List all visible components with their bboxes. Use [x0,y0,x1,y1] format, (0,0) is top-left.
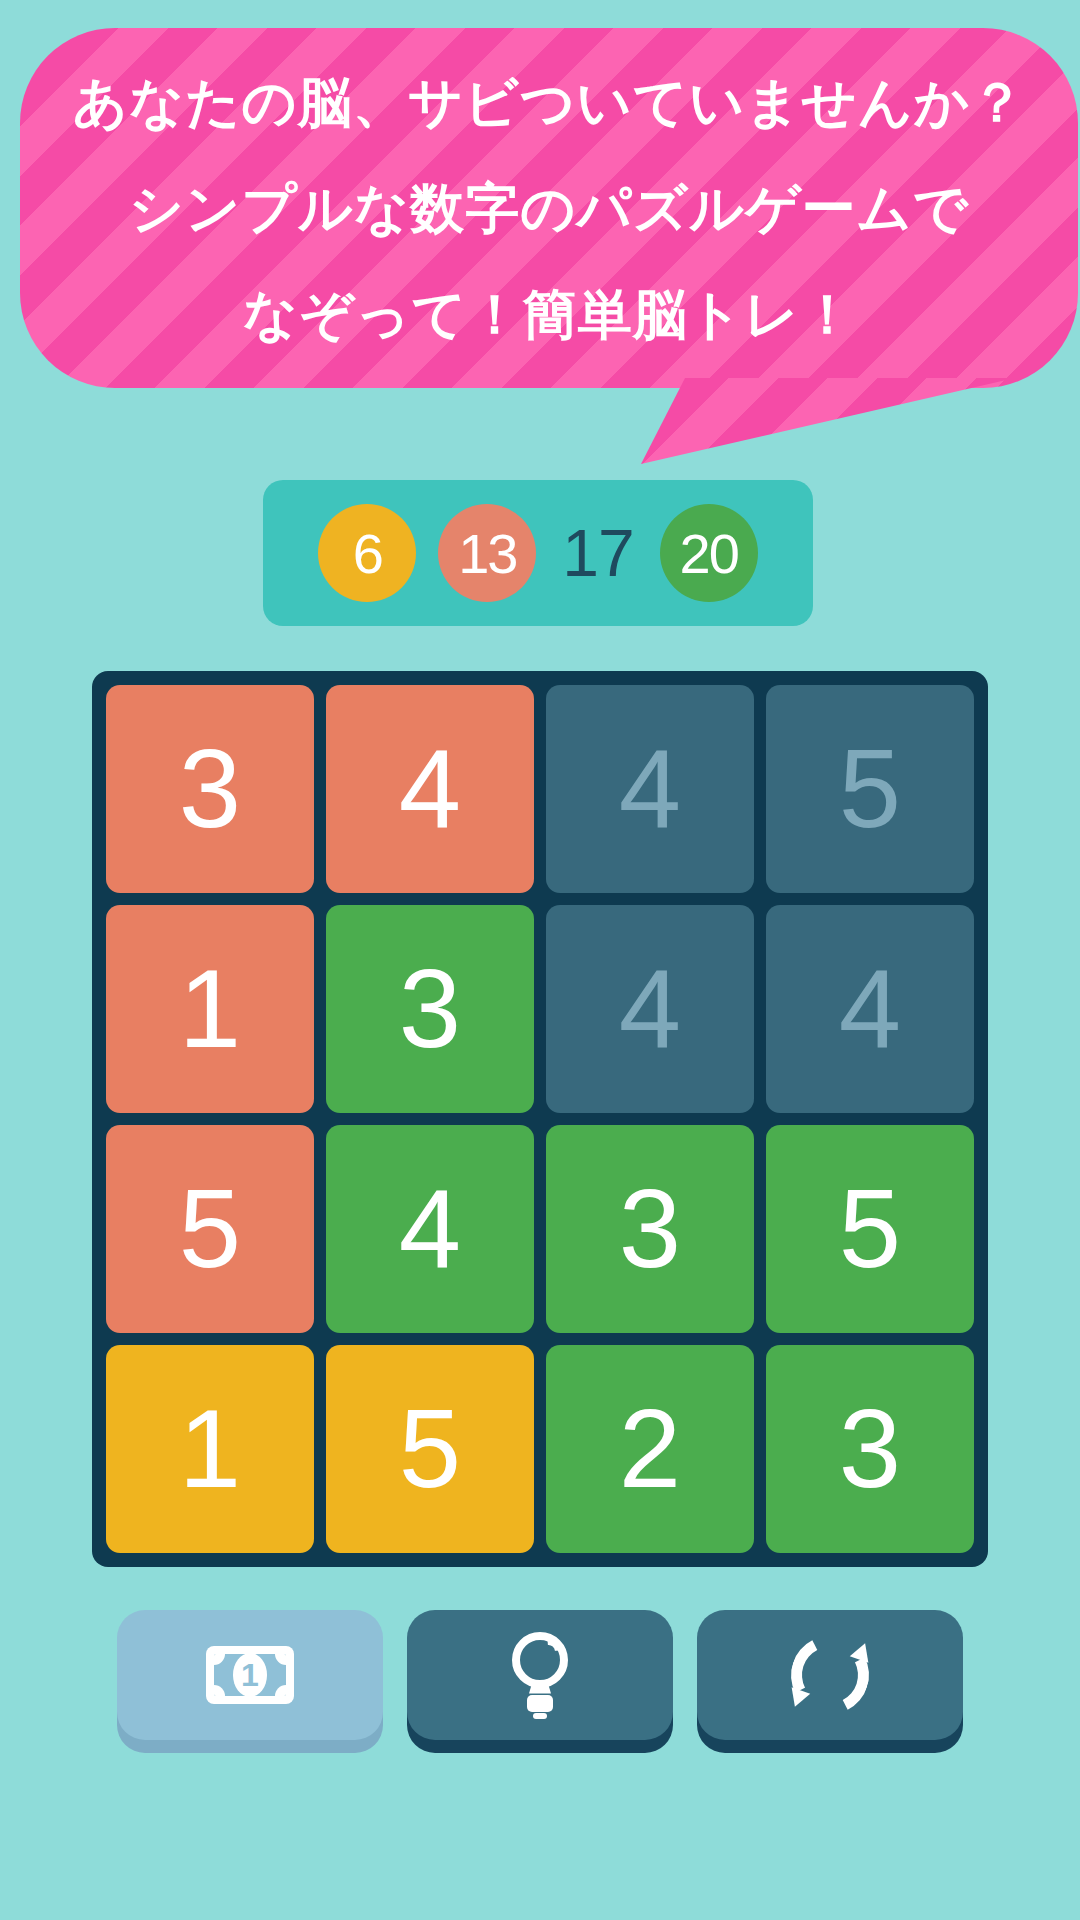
target-chip-6: 6 [318,504,416,602]
lightbulb-icon [512,1632,568,1719]
target-chip-13: 13 [438,504,536,602]
hint-button[interactable] [407,1610,673,1740]
promo-text-line-1: あなたの脳、サビついていませんか？ [20,49,1078,155]
tile-r0c1[interactable]: 4 [326,685,534,893]
tile-r2c1[interactable]: 4 [326,1125,534,1333]
tile-r2c0[interactable]: 5 [106,1125,314,1333]
coins-button[interactable]: 1 [117,1610,383,1740]
tile-r3c2[interactable]: 2 [546,1345,754,1553]
tile-r0c3: 5 [766,685,974,893]
tile-r1c1[interactable]: 3 [326,905,534,1113]
tile-r1c3: 4 [766,905,974,1113]
tile-r3c0[interactable]: 1 [106,1345,314,1553]
target-chip-17: 17 [558,515,637,591]
app-screen: あなたの脳、サビついていませんか？ シンプルな数字のパズルゲームで なぞって！簡… [0,0,1080,1920]
promo-text-line-2: シンプルな数字のパズルゲームで [20,155,1078,261]
tile-r1c2: 4 [546,905,754,1113]
tile-r2c3[interactable]: 5 [766,1125,974,1333]
targets-panel: 6131720 [263,480,813,626]
tile-r1c0[interactable]: 1 [106,905,314,1113]
tile-r0c0[interactable]: 3 [106,685,314,893]
shuffle-button[interactable] [697,1610,963,1740]
tile-r2c2[interactable]: 3 [546,1125,754,1333]
banknote-digit: 1 [233,1653,267,1697]
toolbar: 1 [0,1610,1080,1740]
game-board: 3445134454351523 [92,671,988,1567]
promo-text-line-3: なぞって！簡単脳トレ！ [20,261,1078,367]
target-chip-20: 20 [660,504,758,602]
tile-r3c3[interactable]: 3 [766,1345,974,1553]
promo-bubble: あなたの脳、サビついていませんか？ シンプルな数字のパズルゲームで なぞって！簡… [20,28,1078,388]
promo-bubble-tail [630,378,1015,464]
refresh-icon [781,1626,879,1724]
tile-r0c2: 4 [546,685,754,893]
tile-r3c1[interactable]: 5 [326,1345,534,1553]
banknote-icon: 1 [206,1646,294,1704]
